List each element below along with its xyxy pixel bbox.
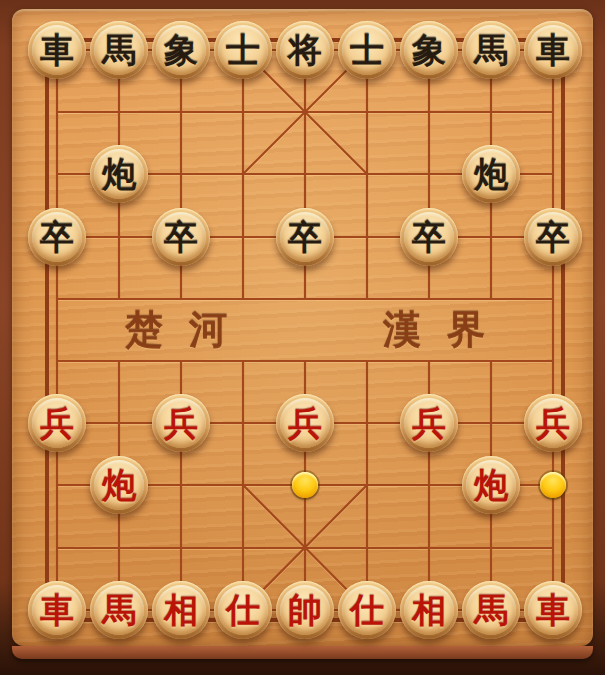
piece-black-soldier[interactable]: 卒: [152, 208, 210, 266]
piece-red-cannon[interactable]: 炮: [462, 456, 520, 514]
piece-glyph: 士: [226, 33, 260, 67]
piece-black-advisor[interactable]: 士: [338, 21, 396, 79]
piece-glyph: 象: [164, 33, 198, 67]
xiangqi-board-app: 楚河 漢界 車馬象士将士象馬車炮炮卒卒卒卒卒兵兵兵兵兵炮炮車馬相仕帥仕相馬車: [0, 0, 605, 675]
piece-black-soldier[interactable]: 卒: [28, 208, 86, 266]
piece-red-elephant[interactable]: 相: [152, 581, 210, 639]
piece-black-soldier[interactable]: 卒: [400, 208, 458, 266]
piece-red-elephant[interactable]: 相: [400, 581, 458, 639]
piece-red-soldier[interactable]: 兵: [152, 394, 210, 452]
piece-black-horse[interactable]: 馬: [90, 21, 148, 79]
piece-glyph: 相: [164, 593, 198, 627]
piece-glyph: 兵: [288, 406, 322, 440]
piece-black-elephant[interactable]: 象: [152, 21, 210, 79]
piece-red-advisor[interactable]: 仕: [338, 581, 396, 639]
piece-black-advisor[interactable]: 士: [214, 21, 272, 79]
piece-glyph: 卒: [164, 220, 198, 254]
piece-glyph: 車: [536, 33, 570, 67]
piece-glyph: 兵: [40, 406, 74, 440]
piece-black-cannon[interactable]: 炮: [462, 145, 520, 203]
piece-black-horse[interactable]: 馬: [462, 21, 520, 79]
piece-glyph: 象: [412, 33, 446, 67]
piece-glyph: 炮: [102, 157, 136, 191]
piece-glyph: 車: [40, 593, 74, 627]
piece-black-elephant[interactable]: 象: [400, 21, 458, 79]
piece-glyph: 馬: [102, 593, 136, 627]
piece-glyph: 車: [536, 593, 570, 627]
piece-black-chariot[interactable]: 車: [28, 21, 86, 79]
piece-black-soldier[interactable]: 卒: [276, 208, 334, 266]
piece-black-chariot[interactable]: 車: [524, 21, 582, 79]
piece-red-advisor[interactable]: 仕: [214, 581, 272, 639]
piece-red-cannon[interactable]: 炮: [90, 456, 148, 514]
piece-glyph: 炮: [102, 468, 136, 502]
piece-black-soldier[interactable]: 卒: [524, 208, 582, 266]
piece-glyph: 相: [412, 593, 446, 627]
piece-black-general[interactable]: 将: [276, 21, 334, 79]
piece-glyph: 炮: [474, 157, 508, 191]
piece-glyph: 士: [350, 33, 384, 67]
piece-glyph: 将: [288, 33, 322, 67]
piece-glyph: 卒: [288, 220, 322, 254]
piece-black-cannon[interactable]: 炮: [90, 145, 148, 203]
piece-red-soldier[interactable]: 兵: [400, 394, 458, 452]
piece-glyph: 帥: [288, 593, 322, 627]
piece-red-horse[interactable]: 馬: [462, 581, 520, 639]
piece-glyph: 卒: [412, 220, 446, 254]
piece-red-chariot[interactable]: 車: [28, 581, 86, 639]
piece-red-soldier[interactable]: 兵: [28, 394, 86, 452]
piece-red-soldier[interactable]: 兵: [276, 394, 334, 452]
piece-glyph: 兵: [164, 406, 198, 440]
piece-glyph: 車: [40, 33, 74, 67]
piece-glyph: 兵: [412, 406, 446, 440]
piece-red-chariot[interactable]: 車: [524, 581, 582, 639]
piece-red-general[interactable]: 帥: [276, 581, 334, 639]
piece-glyph: 卒: [536, 220, 570, 254]
piece-glyph: 兵: [536, 406, 570, 440]
piece-glyph: 炮: [474, 468, 508, 502]
piece-glyph: 卒: [40, 220, 74, 254]
piece-glyph: 仕: [226, 593, 260, 627]
piece-glyph: 馬: [474, 33, 508, 67]
piece-glyph: 馬: [102, 33, 136, 67]
piece-glyph: 仕: [350, 593, 384, 627]
river-text-right: 漢界: [346, 306, 522, 355]
piece-red-soldier[interactable]: 兵: [524, 394, 582, 452]
river-text-left: 楚河: [88, 306, 264, 355]
piece-glyph: 馬: [474, 593, 508, 627]
piece-red-horse[interactable]: 馬: [90, 581, 148, 639]
